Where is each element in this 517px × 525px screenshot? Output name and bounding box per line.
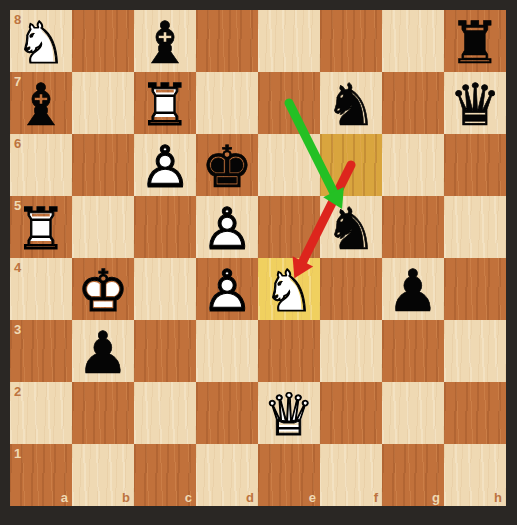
square-h1[interactable]: h <box>444 444 506 506</box>
square-d5[interactable]: ♟♙ <box>196 196 258 258</box>
square-h7[interactable]: ♛ <box>444 72 506 134</box>
square-a2[interactable]: 2 <box>10 382 72 444</box>
square-c6[interactable]: ♟♙ <box>134 134 196 196</box>
square-c1[interactable]: c <box>134 444 196 506</box>
board-grid: 8♞♘♝♜7♝♜♖♞♛6♟♙♚5♜♖♟♙♞4♚♔♟♙♞♘♟3♟2♛♕1abcde… <box>10 10 506 506</box>
square-h2[interactable] <box>444 382 506 444</box>
file-label-h: h <box>494 491 502 504</box>
square-a6[interactable]: 6 <box>10 134 72 196</box>
square-f6[interactable] <box>320 134 382 196</box>
square-e4[interactable]: ♞♘ <box>258 258 320 320</box>
square-f7[interactable]: ♞ <box>320 72 382 134</box>
board-frame: 8♞♘♝♜7♝♜♖♞♛6♟♙♚5♜♖♟♙♞4♚♔♟♙♞♘♟3♟2♛♕1abcde… <box>0 0 517 525</box>
square-c3[interactable] <box>134 320 196 382</box>
square-d4[interactable]: ♟♙ <box>196 258 258 320</box>
square-c5[interactable] <box>134 196 196 258</box>
square-a1[interactable]: 1a <box>10 444 72 506</box>
black-pawn-g4[interactable]: ♟ <box>382 258 444 320</box>
square-b5[interactable] <box>72 196 134 258</box>
white-rook-a5[interactable]: ♜♖ <box>10 196 72 258</box>
square-a5[interactable]: 5♜♖ <box>10 196 72 258</box>
white-pawn-c6[interactable]: ♟♙ <box>134 134 196 196</box>
square-g4[interactable]: ♟ <box>382 258 444 320</box>
rank-label-1: 1 <box>14 447 21 460</box>
file-label-f: f <box>374 491 378 504</box>
square-g1[interactable]: g <box>382 444 444 506</box>
file-label-a: a <box>61 491 68 504</box>
square-c8[interactable]: ♝ <box>134 10 196 72</box>
square-e6[interactable] <box>258 134 320 196</box>
square-g7[interactable] <box>382 72 444 134</box>
square-b3[interactable]: ♟ <box>72 320 134 382</box>
square-a8[interactable]: 8♞♘ <box>10 10 72 72</box>
square-g5[interactable] <box>382 196 444 258</box>
black-bishop-c8[interactable]: ♝ <box>134 10 196 72</box>
square-h5[interactable] <box>444 196 506 258</box>
square-d6[interactable]: ♚ <box>196 134 258 196</box>
black-knight-f5[interactable]: ♞ <box>320 196 382 258</box>
chess-board: 8♞♘♝♜7♝♜♖♞♛6♟♙♚5♜♖♟♙♞4♚♔♟♙♞♘♟3♟2♛♕1abcde… <box>10 10 506 506</box>
file-label-e: e <box>309 491 316 504</box>
square-g8[interactable] <box>382 10 444 72</box>
square-e1[interactable]: e <box>258 444 320 506</box>
file-label-d: d <box>246 491 254 504</box>
black-rook-h8[interactable]: ♜ <box>444 10 506 72</box>
square-c2[interactable] <box>134 382 196 444</box>
square-c7[interactable]: ♜♖ <box>134 72 196 134</box>
square-e3[interactable] <box>258 320 320 382</box>
white-pawn-d4[interactable]: ♟♙ <box>196 258 258 320</box>
square-f3[interactable] <box>320 320 382 382</box>
square-a7[interactable]: 7♝ <box>10 72 72 134</box>
square-d1[interactable]: d <box>196 444 258 506</box>
square-f4[interactable] <box>320 258 382 320</box>
square-b4[interactable]: ♚♔ <box>72 258 134 320</box>
square-c4[interactable] <box>134 258 196 320</box>
square-e5[interactable] <box>258 196 320 258</box>
square-a4[interactable]: 4 <box>10 258 72 320</box>
file-label-c: c <box>185 491 192 504</box>
rank-label-6: 6 <box>14 137 21 150</box>
square-g6[interactable] <box>382 134 444 196</box>
square-b1[interactable]: b <box>72 444 134 506</box>
black-pawn-b3[interactable]: ♟ <box>72 320 134 382</box>
square-a3[interactable]: 3 <box>10 320 72 382</box>
square-b6[interactable] <box>72 134 134 196</box>
square-h6[interactable] <box>444 134 506 196</box>
square-e2[interactable]: ♛♕ <box>258 382 320 444</box>
rank-label-2: 2 <box>14 385 21 398</box>
white-knight-e4[interactable]: ♞♘ <box>258 258 320 320</box>
black-queen-h7[interactable]: ♛ <box>444 72 506 134</box>
square-e7[interactable] <box>258 72 320 134</box>
white-knight-a8[interactable]: ♞♘ <box>10 10 72 72</box>
square-h3[interactable] <box>444 320 506 382</box>
square-g3[interactable] <box>382 320 444 382</box>
square-f2[interactable] <box>320 382 382 444</box>
white-rook-c7[interactable]: ♜♖ <box>134 72 196 134</box>
square-f5[interactable]: ♞ <box>320 196 382 258</box>
square-g2[interactable] <box>382 382 444 444</box>
white-queen-e2[interactable]: ♛♕ <box>258 382 320 444</box>
square-d8[interactable] <box>196 10 258 72</box>
square-d2[interactable] <box>196 382 258 444</box>
rank-label-3: 3 <box>14 323 21 336</box>
white-king-b4[interactable]: ♚♔ <box>72 258 134 320</box>
square-d3[interactable] <box>196 320 258 382</box>
square-b2[interactable] <box>72 382 134 444</box>
square-f8[interactable] <box>320 10 382 72</box>
square-h4[interactable] <box>444 258 506 320</box>
square-h8[interactable]: ♜ <box>444 10 506 72</box>
file-label-b: b <box>122 491 130 504</box>
square-f1[interactable]: f <box>320 444 382 506</box>
square-b8[interactable] <box>72 10 134 72</box>
white-pawn-d5[interactable]: ♟♙ <box>196 196 258 258</box>
black-bishop-a7[interactable]: ♝ <box>10 72 72 134</box>
file-label-g: g <box>432 491 440 504</box>
rank-label-4: 4 <box>14 261 21 274</box>
black-king-d6[interactable]: ♚ <box>196 134 258 196</box>
square-d7[interactable] <box>196 72 258 134</box>
square-b7[interactable] <box>72 72 134 134</box>
square-e8[interactable] <box>258 10 320 72</box>
black-knight-f7[interactable]: ♞ <box>320 72 382 134</box>
